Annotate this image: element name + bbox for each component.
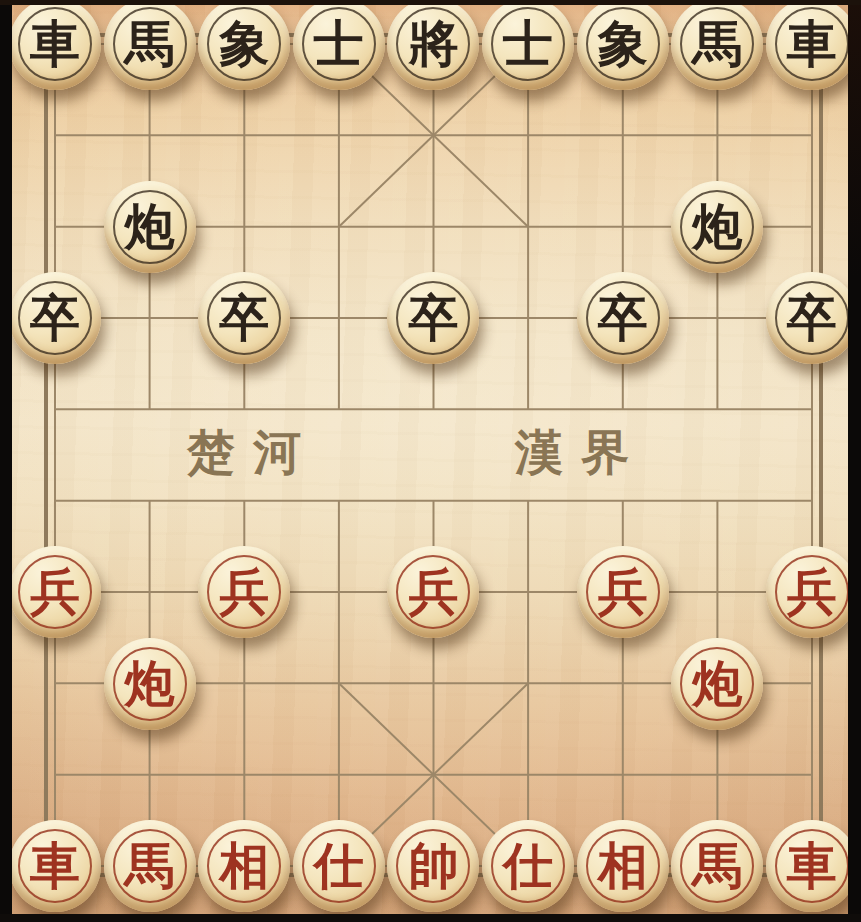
piece-red-cannon-f7r7[interactable]: 炮 xyxy=(671,638,763,730)
piece-red-chariot-f8r9[interactable]: 車 xyxy=(766,820,858,912)
piece-glyph: 馬 xyxy=(104,0,196,90)
piece-glyph: 車 xyxy=(766,0,858,90)
piece-black-advisor-f5r0[interactable]: 士 xyxy=(482,0,574,90)
piece-glyph: 象 xyxy=(198,0,290,90)
piece-black-horse-f7r0[interactable]: 馬 xyxy=(671,0,763,90)
piece-glyph: 兵 xyxy=(387,546,479,638)
piece-red-cannon-f1r7[interactable]: 炮 xyxy=(104,638,196,730)
piece-glyph: 車 xyxy=(766,820,858,912)
piece-glyph: 仕 xyxy=(482,820,574,912)
piece-glyph: 兵 xyxy=(577,546,669,638)
piece-red-soldier-f4r6[interactable]: 兵 xyxy=(387,546,479,638)
piece-glyph: 炮 xyxy=(104,638,196,730)
piece-glyph: 相 xyxy=(198,820,290,912)
piece-red-horse-f1r9[interactable]: 馬 xyxy=(104,820,196,912)
piece-glyph: 車 xyxy=(9,820,101,912)
piece-glyph: 仕 xyxy=(293,820,385,912)
piece-red-elephant-f6r9[interactable]: 相 xyxy=(577,820,669,912)
piece-red-horse-f7r9[interactable]: 馬 xyxy=(671,820,763,912)
piece-glyph: 士 xyxy=(482,0,574,90)
letterbox-bottom xyxy=(0,914,861,922)
piece-glyph: 士 xyxy=(293,0,385,90)
piece-black-chariot-f8r0[interactable]: 車 xyxy=(766,0,858,90)
piece-black-chariot-f0r0[interactable]: 車 xyxy=(9,0,101,90)
piece-glyph: 馬 xyxy=(671,820,763,912)
piece-glyph: 炮 xyxy=(671,181,763,273)
piece-black-soldier-f4r3[interactable]: 卒 xyxy=(387,272,479,364)
piece-glyph: 象 xyxy=(577,0,669,90)
piece-glyph: 馬 xyxy=(104,820,196,912)
piece-black-horse-f1r0[interactable]: 馬 xyxy=(104,0,196,90)
piece-red-advisor-f3r9[interactable]: 仕 xyxy=(293,820,385,912)
piece-red-elephant-f2r9[interactable]: 相 xyxy=(198,820,290,912)
piece-glyph: 車 xyxy=(9,0,101,90)
piece-glyph: 炮 xyxy=(104,181,196,273)
piece-black-advisor-f3r0[interactable]: 士 xyxy=(293,0,385,90)
piece-red-general-f4r9[interactable]: 帥 xyxy=(387,820,479,912)
xiangqi-game-screen: 楚河 漢界 車馬象士將士象馬車炮炮卒卒卒卒卒兵兵兵兵兵炮炮車馬相仕帥仕相馬車 xyxy=(0,0,861,922)
piece-glyph: 相 xyxy=(577,820,669,912)
piece-black-elephant-f6r0[interactable]: 象 xyxy=(577,0,669,90)
piece-glyph: 兵 xyxy=(198,546,290,638)
piece-black-soldier-f2r3[interactable]: 卒 xyxy=(198,272,290,364)
piece-glyph: 卒 xyxy=(9,272,101,364)
piece-red-soldier-f0r6[interactable]: 兵 xyxy=(9,546,101,638)
piece-glyph: 兵 xyxy=(9,546,101,638)
piece-glyph: 兵 xyxy=(766,546,858,638)
piece-glyph: 炮 xyxy=(671,638,763,730)
piece-black-soldier-f0r3[interactable]: 卒 xyxy=(9,272,101,364)
piece-glyph: 卒 xyxy=(198,272,290,364)
piece-glyph: 卒 xyxy=(387,272,479,364)
piece-black-soldier-f8r3[interactable]: 卒 xyxy=(766,272,858,364)
piece-glyph: 帥 xyxy=(387,820,479,912)
piece-red-chariot-f0r9[interactable]: 車 xyxy=(9,820,101,912)
letterbox-right xyxy=(848,0,861,922)
piece-black-cannon-f1r2[interactable]: 炮 xyxy=(104,181,196,273)
piece-glyph: 卒 xyxy=(766,272,858,364)
letterbox-left xyxy=(0,0,12,922)
piece-black-soldier-f6r3[interactable]: 卒 xyxy=(577,272,669,364)
piece-layer: 車馬象士將士象馬車炮炮卒卒卒卒卒兵兵兵兵兵炮炮車馬相仕帥仕相馬車 xyxy=(8,0,859,912)
letterbox-top xyxy=(0,0,861,5)
piece-glyph: 馬 xyxy=(671,0,763,90)
piece-red-soldier-f6r6[interactable]: 兵 xyxy=(577,546,669,638)
piece-black-elephant-f2r0[interactable]: 象 xyxy=(198,0,290,90)
piece-glyph: 卒 xyxy=(577,272,669,364)
piece-red-soldier-f2r6[interactable]: 兵 xyxy=(198,546,290,638)
piece-red-advisor-f5r9[interactable]: 仕 xyxy=(482,820,574,912)
piece-glyph: 將 xyxy=(387,0,479,90)
piece-black-general-f4r0[interactable]: 將 xyxy=(387,0,479,90)
piece-black-cannon-f7r2[interactable]: 炮 xyxy=(671,181,763,273)
piece-red-soldier-f8r6[interactable]: 兵 xyxy=(766,546,858,638)
